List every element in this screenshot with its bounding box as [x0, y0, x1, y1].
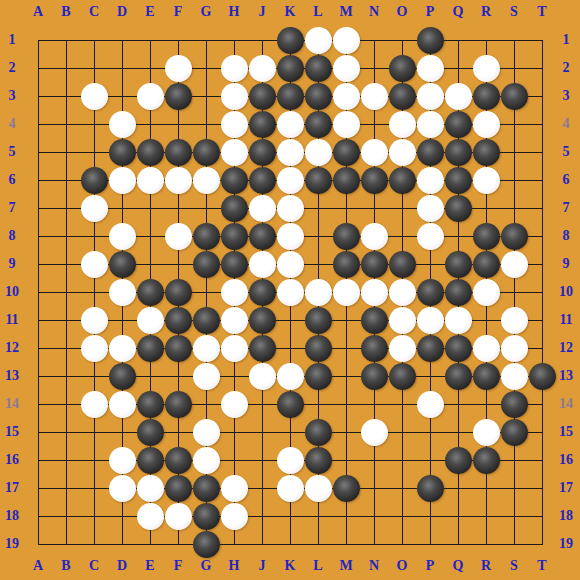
row-label-left: 3	[9, 89, 16, 103]
stone-white[interactable]	[249, 363, 276, 390]
stone-black[interactable]	[305, 111, 332, 138]
stone-black[interactable]	[473, 251, 500, 278]
stone-white[interactable]	[501, 307, 528, 334]
stone-white[interactable]	[333, 27, 360, 54]
column-label-bottom: H	[229, 559, 240, 573]
go-board[interactable]: AABBCCDDEEFFGGHHJJKKLLMMNNOOPPQQRRSSTT11…	[0, 0, 580, 580]
stone-white[interactable]	[193, 447, 220, 474]
stone-white[interactable]	[193, 363, 220, 390]
stone-white[interactable]	[81, 83, 108, 110]
stone-black[interactable]	[165, 475, 192, 502]
column-label-bottom: E	[145, 559, 154, 573]
stone-black[interactable]	[445, 279, 472, 306]
stone-black[interactable]	[445, 195, 472, 222]
row-label-left: 7	[9, 201, 16, 215]
stone-white[interactable]	[221, 279, 248, 306]
stone-black[interactable]	[221, 195, 248, 222]
row-label-left: 2	[9, 61, 16, 75]
stone-white[interactable]	[473, 335, 500, 362]
stone-white[interactable]	[417, 167, 444, 194]
stone-black[interactable]	[445, 447, 472, 474]
column-label-bottom: L	[313, 559, 322, 573]
stone-black[interactable]	[305, 363, 332, 390]
stone-white[interactable]	[473, 279, 500, 306]
stone-white[interactable]	[137, 307, 164, 334]
stone-white[interactable]	[165, 223, 192, 250]
stone-white[interactable]	[277, 475, 304, 502]
column-label-bottom: T	[537, 559, 546, 573]
stone-black[interactable]	[193, 307, 220, 334]
row-label-left: 14	[5, 397, 19, 411]
stone-black[interactable]	[417, 27, 444, 54]
column-label-top: R	[481, 5, 491, 19]
stone-white[interactable]	[109, 447, 136, 474]
stone-black[interactable]	[473, 139, 500, 166]
row-label-right: 19	[559, 537, 573, 551]
stone-white[interactable]	[277, 279, 304, 306]
row-label-left: 13	[5, 369, 19, 383]
stone-black[interactable]	[445, 251, 472, 278]
column-label-top: L	[313, 5, 322, 19]
stone-white[interactable]	[109, 335, 136, 362]
stone-black[interactable]	[221, 223, 248, 250]
stone-black[interactable]	[501, 83, 528, 110]
row-label-right: 6	[563, 173, 570, 187]
stone-white[interactable]	[221, 139, 248, 166]
column-label-top: J	[259, 5, 266, 19]
column-label-top: M	[339, 5, 352, 19]
stone-black[interactable]	[305, 419, 332, 446]
stone-black[interactable]	[165, 307, 192, 334]
row-label-right: 4	[563, 117, 570, 131]
column-label-bottom: J	[259, 559, 266, 573]
stone-white[interactable]	[333, 83, 360, 110]
stone-white[interactable]	[109, 111, 136, 138]
column-label-top: D	[117, 5, 127, 19]
stone-black[interactable]	[109, 251, 136, 278]
stone-white[interactable]	[473, 419, 500, 446]
stone-black[interactable]	[165, 391, 192, 418]
stone-black[interactable]	[81, 167, 108, 194]
stone-black[interactable]	[361, 251, 388, 278]
stone-black[interactable]	[249, 111, 276, 138]
column-label-top: O	[397, 5, 408, 19]
stone-white[interactable]	[389, 335, 416, 362]
row-label-right: 17	[559, 481, 573, 495]
stone-black[interactable]	[109, 363, 136, 390]
stone-white[interactable]	[277, 223, 304, 250]
stone-black[interactable]	[305, 167, 332, 194]
stone-white[interactable]	[249, 195, 276, 222]
row-label-left: 19	[5, 537, 19, 551]
stone-white[interactable]	[501, 335, 528, 362]
row-label-right: 12	[559, 341, 573, 355]
row-label-left: 6	[9, 173, 16, 187]
stone-white[interactable]	[417, 391, 444, 418]
row-label-left: 18	[5, 509, 19, 523]
stone-black[interactable]	[305, 55, 332, 82]
stone-black[interactable]	[389, 167, 416, 194]
stone-black[interactable]	[249, 279, 276, 306]
stone-white[interactable]	[333, 279, 360, 306]
stone-white[interactable]	[81, 251, 108, 278]
stone-black[interactable]	[277, 391, 304, 418]
stone-white[interactable]	[221, 307, 248, 334]
grid-line-vertical	[66, 40, 67, 545]
row-label-right: 8	[563, 229, 570, 243]
stone-white[interactable]	[221, 83, 248, 110]
row-label-right: 14	[559, 397, 573, 411]
stone-black[interactable]	[333, 251, 360, 278]
grid-line-vertical	[94, 40, 95, 545]
stone-black[interactable]	[445, 335, 472, 362]
stone-black[interactable]	[333, 167, 360, 194]
stone-white[interactable]	[389, 279, 416, 306]
stone-black[interactable]	[249, 223, 276, 250]
row-label-right: 9	[563, 257, 570, 271]
row-label-left: 5	[9, 145, 16, 159]
stone-white[interactable]	[277, 195, 304, 222]
stone-black[interactable]	[165, 335, 192, 362]
stone-black[interactable]	[473, 83, 500, 110]
column-label-top: H	[229, 5, 240, 19]
stone-black[interactable]	[389, 83, 416, 110]
row-label-left: 11	[5, 313, 18, 327]
stone-black[interactable]	[137, 391, 164, 418]
stone-black[interactable]	[193, 251, 220, 278]
stone-white[interactable]	[361, 139, 388, 166]
stone-black[interactable]	[165, 139, 192, 166]
row-label-right: 11	[559, 313, 572, 327]
stone-black[interactable]	[193, 503, 220, 530]
stone-black[interactable]	[137, 139, 164, 166]
stone-black[interactable]	[305, 83, 332, 110]
stone-white[interactable]	[165, 55, 192, 82]
stone-black[interactable]	[305, 307, 332, 334]
stone-white[interactable]	[417, 195, 444, 222]
column-label-bottom: R	[481, 559, 491, 573]
stone-white[interactable]	[305, 27, 332, 54]
row-label-right: 2	[563, 61, 570, 75]
row-label-left: 10	[5, 285, 19, 299]
stone-white[interactable]	[333, 55, 360, 82]
stone-white[interactable]	[81, 335, 108, 362]
stone-black[interactable]	[417, 475, 444, 502]
stone-black[interactable]	[445, 111, 472, 138]
stone-white[interactable]	[277, 447, 304, 474]
stone-black[interactable]	[445, 167, 472, 194]
row-label-left: 12	[5, 341, 19, 355]
stone-black[interactable]	[361, 167, 388, 194]
stone-black[interactable]	[137, 279, 164, 306]
stone-black[interactable]	[389, 251, 416, 278]
column-label-top: E	[145, 5, 154, 19]
stone-white[interactable]	[137, 503, 164, 530]
stone-white[interactable]	[137, 83, 164, 110]
stone-white[interactable]	[417, 111, 444, 138]
stone-white[interactable]	[137, 167, 164, 194]
row-label-right: 5	[563, 145, 570, 159]
stone-white[interactable]	[193, 167, 220, 194]
stone-black[interactable]	[389, 55, 416, 82]
column-label-top: P	[426, 5, 435, 19]
stone-white[interactable]	[417, 55, 444, 82]
row-label-left: 9	[9, 257, 16, 271]
column-label-top: Q	[453, 5, 464, 19]
column-label-bottom: A	[33, 559, 43, 573]
stone-black[interactable]	[193, 139, 220, 166]
row-label-left: 16	[5, 453, 19, 467]
stone-white[interactable]	[277, 111, 304, 138]
stone-white[interactable]	[81, 307, 108, 334]
stone-black[interactable]	[249, 167, 276, 194]
column-label-bottom: K	[285, 559, 296, 573]
stone-white[interactable]	[165, 503, 192, 530]
stone-white[interactable]	[221, 503, 248, 530]
stone-white[interactable]	[361, 279, 388, 306]
stone-white[interactable]	[137, 475, 164, 502]
stone-white[interactable]	[445, 307, 472, 334]
stone-black[interactable]	[249, 335, 276, 362]
column-label-bottom: P	[426, 559, 435, 573]
stone-black[interactable]	[249, 307, 276, 334]
column-label-top: S	[510, 5, 518, 19]
stone-black[interactable]	[277, 83, 304, 110]
stone-white[interactable]	[333, 111, 360, 138]
stone-black[interactable]	[501, 391, 528, 418]
stone-black[interactable]	[221, 251, 248, 278]
stone-black[interactable]	[473, 223, 500, 250]
stone-white[interactable]	[277, 139, 304, 166]
stone-black[interactable]	[165, 279, 192, 306]
stone-white[interactable]	[417, 83, 444, 110]
stone-black[interactable]	[417, 279, 444, 306]
stone-white[interactable]	[221, 335, 248, 362]
stone-white[interactable]	[361, 83, 388, 110]
stone-white[interactable]	[81, 391, 108, 418]
stone-black[interactable]	[249, 83, 276, 110]
stone-white[interactable]	[277, 363, 304, 390]
row-label-left: 15	[5, 425, 19, 439]
stone-black[interactable]	[165, 447, 192, 474]
column-label-top: N	[369, 5, 379, 19]
row-label-right: 1	[563, 33, 570, 47]
stone-black[interactable]	[333, 139, 360, 166]
stone-white[interactable]	[473, 111, 500, 138]
row-label-right: 7	[563, 201, 570, 215]
stone-white[interactable]	[305, 139, 332, 166]
stone-black[interactable]	[165, 83, 192, 110]
stone-white[interactable]	[249, 55, 276, 82]
stone-black[interactable]	[137, 419, 164, 446]
column-label-bottom: F	[174, 559, 183, 573]
stone-black[interactable]	[137, 335, 164, 362]
stone-white[interactable]	[221, 475, 248, 502]
column-label-bottom: Q	[453, 559, 464, 573]
stone-black[interactable]	[361, 335, 388, 362]
stone-white[interactable]	[109, 475, 136, 502]
row-label-right: 18	[559, 509, 573, 523]
column-label-bottom: M	[339, 559, 352, 573]
stone-white[interactable]	[221, 111, 248, 138]
stone-black[interactable]	[109, 139, 136, 166]
stone-black[interactable]	[473, 363, 500, 390]
stone-black[interactable]	[193, 475, 220, 502]
column-label-top: A	[33, 5, 43, 19]
stone-white[interactable]	[445, 83, 472, 110]
stone-white[interactable]	[221, 391, 248, 418]
column-label-top: C	[89, 5, 99, 19]
stone-black[interactable]	[193, 531, 220, 558]
column-label-bottom: C	[89, 559, 99, 573]
row-label-left: 8	[9, 229, 16, 243]
stone-white[interactable]	[109, 223, 136, 250]
grid-line-vertical	[38, 40, 39, 545]
column-label-bottom: O	[397, 559, 408, 573]
column-label-top: T	[537, 5, 546, 19]
stone-white[interactable]	[193, 335, 220, 362]
stone-black[interactable]	[137, 447, 164, 474]
stone-black[interactable]	[417, 139, 444, 166]
stone-black[interactable]	[333, 223, 360, 250]
stone-white[interactable]	[249, 251, 276, 278]
stone-white[interactable]	[81, 195, 108, 222]
stone-black[interactable]	[361, 307, 388, 334]
stone-black[interactable]	[249, 139, 276, 166]
stone-white[interactable]	[109, 391, 136, 418]
stone-white[interactable]	[165, 167, 192, 194]
stone-black[interactable]	[501, 419, 528, 446]
stone-black[interactable]	[501, 223, 528, 250]
column-label-bottom: D	[117, 559, 127, 573]
stone-white[interactable]	[501, 363, 528, 390]
stone-white[interactable]	[361, 223, 388, 250]
stone-white[interactable]	[277, 167, 304, 194]
stone-white[interactable]	[389, 111, 416, 138]
stone-white[interactable]	[109, 167, 136, 194]
stone-black[interactable]	[221, 167, 248, 194]
stone-white[interactable]	[361, 419, 388, 446]
column-label-top: G	[201, 5, 212, 19]
column-label-bottom: S	[510, 559, 518, 573]
stone-white[interactable]	[277, 251, 304, 278]
row-label-left: 4	[9, 117, 16, 131]
stone-white[interactable]	[221, 55, 248, 82]
stone-black[interactable]	[277, 55, 304, 82]
stone-white[interactable]	[417, 223, 444, 250]
stone-white[interactable]	[389, 139, 416, 166]
column-label-bottom: B	[61, 559, 70, 573]
stone-black[interactable]	[193, 223, 220, 250]
row-label-right: 13	[559, 369, 573, 383]
grid-line-vertical	[542, 40, 543, 545]
stone-white[interactable]	[389, 307, 416, 334]
stone-black[interactable]	[529, 363, 556, 390]
row-label-left: 17	[5, 481, 19, 495]
column-label-bottom: G	[201, 559, 212, 573]
stone-black[interactable]	[333, 475, 360, 502]
column-label-top: B	[61, 5, 70, 19]
column-label-bottom: N	[369, 559, 379, 573]
stone-white[interactable]	[473, 167, 500, 194]
stone-black[interactable]	[417, 335, 444, 362]
row-label-right: 16	[559, 453, 573, 467]
row-label-right: 10	[559, 285, 573, 299]
column-label-top: F	[174, 5, 183, 19]
stone-black[interactable]	[473, 447, 500, 474]
stone-black[interactable]	[305, 447, 332, 474]
stone-white[interactable]	[109, 279, 136, 306]
grid-line-vertical	[514, 40, 515, 545]
row-label-left: 1	[9, 33, 16, 47]
column-label-top: K	[285, 5, 296, 19]
stone-white[interactable]	[473, 55, 500, 82]
stone-white[interactable]	[501, 251, 528, 278]
stone-white[interactable]	[193, 419, 220, 446]
stone-black[interactable]	[361, 363, 388, 390]
row-label-right: 15	[559, 425, 573, 439]
stone-white[interactable]	[305, 279, 332, 306]
stone-white[interactable]	[417, 307, 444, 334]
stone-black[interactable]	[445, 363, 472, 390]
stone-black[interactable]	[445, 139, 472, 166]
row-label-right: 3	[563, 89, 570, 103]
stone-black[interactable]	[277, 27, 304, 54]
stone-black[interactable]	[305, 335, 332, 362]
stone-white[interactable]	[305, 475, 332, 502]
stone-black[interactable]	[389, 363, 416, 390]
